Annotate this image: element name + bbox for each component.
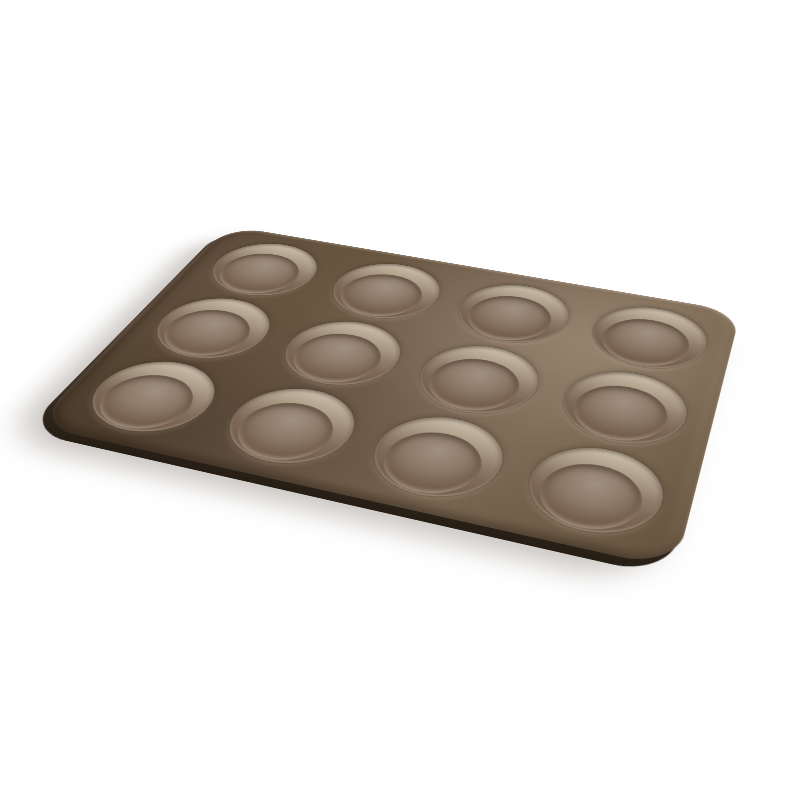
cavity-floor: [564, 379, 674, 449]
cavity-floor: [457, 291, 560, 347]
cavity-floor: [149, 304, 263, 362]
cavity-floor: [83, 368, 209, 436]
photo-scene: [0, 0, 800, 800]
cavity-r3c4-empty: [514, 438, 673, 546]
cavity-floor: [529, 456, 650, 539]
pan-3d-stage: [34, 226, 741, 570]
cavity-floor: [328, 269, 432, 322]
cavity-floor: [279, 328, 392, 390]
cavity-floor: [417, 353, 529, 418]
cavity-floor: [222, 396, 347, 468]
cavity-r3c2-empty: [208, 380, 371, 474]
cavity-floor: [370, 425, 493, 502]
cavity-floor: [206, 249, 311, 299]
cavity-r3c3-empty: [356, 408, 517, 509]
cavity-floor: [594, 313, 695, 372]
